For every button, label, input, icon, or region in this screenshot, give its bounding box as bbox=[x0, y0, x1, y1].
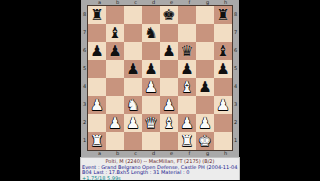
white-rook-a1[interactable]: ♜ bbox=[90, 132, 103, 150]
white-knight-c3[interactable]: ♞ bbox=[126, 96, 139, 114]
square-f7[interactable] bbox=[178, 24, 196, 42]
black-rook-a8[interactable]: ♜ bbox=[90, 6, 103, 24]
square-d5[interactable]: ♟ bbox=[142, 60, 160, 78]
square-b5[interactable] bbox=[106, 60, 124, 78]
square-h4[interactable] bbox=[214, 78, 232, 96]
black-pawn-b6[interactable]: ♟ bbox=[108, 42, 121, 60]
file-label-f: f bbox=[181, 151, 199, 156]
black-bishop-h6[interactable]: ♝ bbox=[216, 42, 229, 60]
square-h7[interactable] bbox=[214, 24, 232, 42]
square-h8[interactable]: ♜ bbox=[214, 6, 232, 24]
square-c4[interactable] bbox=[124, 78, 142, 96]
white-king-g1[interactable]: ♚ bbox=[198, 132, 211, 150]
square-a6[interactable]: ♟ bbox=[88, 42, 106, 60]
square-f6[interactable]: ♛ bbox=[178, 42, 196, 60]
black-king-e8[interactable]: ♚ bbox=[162, 6, 175, 24]
white-pawn-c2[interactable]: ♟ bbox=[126, 114, 139, 132]
square-b6[interactable]: ♟ bbox=[106, 42, 124, 60]
square-a2[interactable] bbox=[88, 114, 106, 132]
square-b7[interactable]: ♝ bbox=[106, 24, 124, 42]
square-a1[interactable]: ♜ bbox=[88, 132, 106, 150]
square-e4[interactable] bbox=[160, 78, 178, 96]
rank-label-4: 4 bbox=[233, 77, 238, 95]
black-queen-f6[interactable]: ♛ bbox=[180, 42, 193, 60]
file-label-d: d bbox=[145, 151, 163, 156]
square-a8[interactable]: ♜ bbox=[88, 6, 106, 24]
black-rook-h8[interactable]: ♜ bbox=[216, 6, 229, 24]
square-e2[interactable]: ♝ bbox=[160, 114, 178, 132]
file-label-c: c bbox=[127, 151, 145, 156]
white-pawn-f2[interactable]: ♟ bbox=[180, 114, 193, 132]
rank-label-1: 1 bbox=[233, 131, 238, 149]
square-e5[interactable] bbox=[160, 60, 178, 78]
square-b8[interactable] bbox=[106, 6, 124, 24]
white-pawn-d4[interactable]: ♟ bbox=[144, 78, 157, 96]
white-pawn-b2[interactable]: ♟ bbox=[108, 114, 121, 132]
chess-board[interactable]: ♜♚♜♝♞♟♟♟♛♝♟♟♟♟♟♝♟♟♞♟♟♟♟♛♝♟♟♜♜♚ bbox=[87, 5, 233, 151]
square-e1[interactable] bbox=[160, 132, 178, 150]
game-info-footer: Polti, M (2240) -- MacMillan, FT (2175) … bbox=[80, 157, 240, 180]
file-label-e: e bbox=[163, 151, 181, 156]
black-pawn-d5[interactable]: ♟ bbox=[144, 60, 157, 78]
file-labels-bottom: abcdefgh bbox=[91, 151, 235, 156]
square-b2[interactable]: ♟ bbox=[106, 114, 124, 132]
black-pawn-e6[interactable]: ♟ bbox=[162, 42, 175, 60]
rank-label-8: 8 bbox=[233, 5, 238, 23]
square-f4[interactable]: ♝ bbox=[178, 78, 196, 96]
square-a3[interactable]: ♟ bbox=[88, 96, 106, 114]
square-d6[interactable] bbox=[142, 42, 160, 60]
white-queen-d2[interactable]: ♛ bbox=[144, 114, 157, 132]
square-g3[interactable] bbox=[196, 96, 214, 114]
square-e8[interactable]: ♚ bbox=[160, 6, 178, 24]
chess-gui-panel: abcdefgh 87654321 ♜♚♜♝♞♟♟♟♛♝♟♟♟♟♟♝♟♟♞♟♟♟… bbox=[81, 0, 239, 180]
black-pawn-h5[interactable]: ♟ bbox=[216, 60, 229, 78]
square-c3[interactable]: ♞ bbox=[124, 96, 142, 114]
square-a4[interactable] bbox=[88, 78, 106, 96]
engine-eval-line: +1.75/18 5.99s bbox=[82, 176, 238, 181]
black-pawn-g4[interactable]: ♟ bbox=[198, 78, 211, 96]
square-g8[interactable] bbox=[196, 6, 214, 24]
square-d3[interactable] bbox=[142, 96, 160, 114]
square-e7[interactable] bbox=[160, 24, 178, 42]
rank-label-5: 5 bbox=[233, 59, 238, 77]
square-f2[interactable]: ♟ bbox=[178, 114, 196, 132]
video-frame: { "game": "chess", "position": { "fen": … bbox=[0, 0, 320, 180]
square-d2[interactable]: ♛ bbox=[142, 114, 160, 132]
square-e3[interactable]: ♟ bbox=[160, 96, 178, 114]
file-label-a: a bbox=[91, 151, 109, 156]
rank-label-7: 7 bbox=[233, 23, 238, 41]
rank-labels-right: 87654321 bbox=[233, 5, 238, 151]
square-f3[interactable] bbox=[178, 96, 196, 114]
square-d8[interactable] bbox=[142, 6, 160, 24]
square-d4[interactable]: ♟ bbox=[142, 78, 160, 96]
square-c7[interactable] bbox=[124, 24, 142, 42]
board-band: 87654321 ♜♚♜♝♞♟♟♟♛♝♟♟♟♟♟♝♟♟♞♟♟♟♟♛♝♟♟♜♜♚ … bbox=[82, 5, 238, 151]
square-c8[interactable] bbox=[124, 6, 142, 24]
square-f5[interactable]: ♟ bbox=[178, 60, 196, 78]
file-label-g: g bbox=[199, 151, 217, 156]
rank-label-6: 6 bbox=[233, 41, 238, 59]
square-g1[interactable]: ♚ bbox=[196, 132, 214, 150]
square-c5[interactable]: ♟ bbox=[124, 60, 142, 78]
square-c2[interactable]: ♟ bbox=[124, 114, 142, 132]
square-g7[interactable] bbox=[196, 24, 214, 42]
square-f1[interactable]: ♜ bbox=[178, 132, 196, 150]
rank-label-2: 2 bbox=[233, 113, 238, 131]
square-a5[interactable] bbox=[88, 60, 106, 78]
white-pawn-h3[interactable]: ♟ bbox=[216, 96, 229, 114]
square-h5[interactable]: ♟ bbox=[214, 60, 232, 78]
black-pawn-f5[interactable]: ♟ bbox=[180, 60, 193, 78]
square-b4[interactable] bbox=[106, 78, 124, 96]
square-h1[interactable] bbox=[214, 132, 232, 150]
black-pawn-c5[interactable]: ♟ bbox=[126, 60, 139, 78]
white-pawn-g2[interactable]: ♟ bbox=[198, 114, 211, 132]
white-pawn-a3[interactable]: ♟ bbox=[90, 96, 103, 114]
black-bishop-b7[interactable]: ♝ bbox=[108, 24, 121, 42]
square-f8[interactable] bbox=[178, 6, 196, 24]
square-c6[interactable] bbox=[124, 42, 142, 60]
square-c1[interactable] bbox=[124, 132, 142, 150]
rank-label-3: 3 bbox=[233, 95, 238, 113]
white-bishop-e2[interactable]: ♝ bbox=[162, 114, 175, 132]
square-g4[interactable]: ♟ bbox=[196, 78, 214, 96]
square-e6[interactable]: ♟ bbox=[160, 42, 178, 60]
black-knight-d7[interactable]: ♞ bbox=[144, 24, 157, 42]
file-label-h: h bbox=[217, 151, 235, 156]
file-label-b: b bbox=[109, 151, 127, 156]
square-h2[interactable] bbox=[214, 114, 232, 132]
white-bishop-f4[interactable]: ♝ bbox=[180, 78, 193, 96]
square-h3[interactable]: ♟ bbox=[214, 96, 232, 114]
square-a7[interactable] bbox=[88, 24, 106, 42]
square-d1[interactable] bbox=[142, 132, 160, 150]
square-b1[interactable] bbox=[106, 132, 124, 150]
white-rook-f1[interactable]: ♜ bbox=[180, 132, 193, 150]
square-g6[interactable] bbox=[196, 42, 214, 60]
square-h6[interactable]: ♝ bbox=[214, 42, 232, 60]
square-b3[interactable] bbox=[106, 96, 124, 114]
square-g5[interactable] bbox=[196, 60, 214, 78]
black-pawn-a6[interactable]: ♟ bbox=[90, 42, 103, 60]
square-g2[interactable]: ♟ bbox=[196, 114, 214, 132]
square-d7[interactable]: ♞ bbox=[142, 24, 160, 42]
white-pawn-e3[interactable]: ♟ bbox=[162, 96, 175, 114]
